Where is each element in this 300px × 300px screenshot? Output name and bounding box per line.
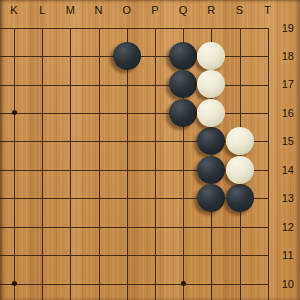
black-stone-R14 — [197, 156, 225, 184]
star-point-K10 — [12, 281, 17, 286]
white-stone-R16 — [197, 99, 225, 127]
white-stone-S14 — [226, 156, 254, 184]
star-point-K16 — [12, 110, 17, 115]
black-stone-Q17 — [169, 70, 197, 98]
black-stone-S13 — [226, 184, 254, 212]
black-stone-Q18 — [169, 42, 197, 70]
white-stone-R18 — [197, 42, 225, 70]
board-intersections-grid[interactable] — [0, 13, 282, 297]
white-stone-S15 — [226, 127, 254, 155]
black-stone-R15 — [197, 127, 225, 155]
black-stone-Q16 — [169, 99, 197, 127]
black-stone-O18 — [113, 42, 141, 70]
black-stone-R13 — [197, 184, 225, 212]
go-board: KLMNOPQRST 19181716151413121110 — [0, 0, 300, 300]
star-point-Q10 — [181, 281, 186, 286]
white-stone-R17 — [197, 70, 225, 98]
